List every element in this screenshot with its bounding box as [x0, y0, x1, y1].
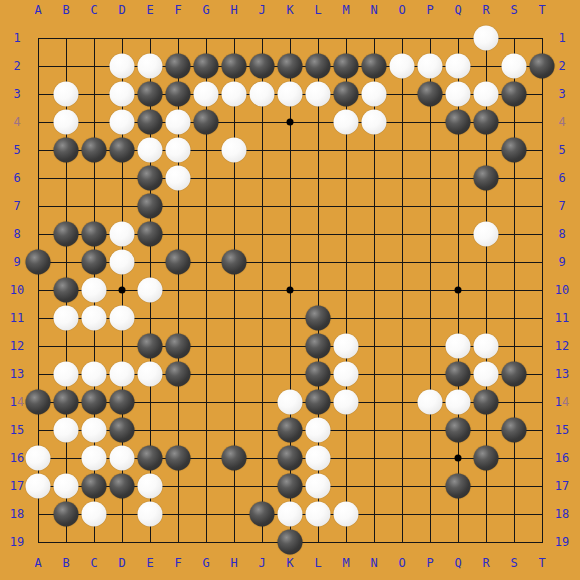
white-stone-B3[interactable]	[54, 82, 79, 107]
white-stone-M13[interactable]	[334, 362, 359, 387]
col-label-top-T: T	[538, 4, 545, 16]
white-stone-R1[interactable]	[474, 26, 499, 51]
row-label-left-15: 15	[10, 424, 24, 436]
black-stone-R4[interactable]	[474, 110, 499, 135]
col-label-bottom-P: P	[426, 557, 433, 569]
white-stone-A16[interactable]	[26, 446, 51, 471]
row-label-right-10: 10	[555, 284, 569, 296]
grid-line-vertical	[542, 38, 543, 543]
white-stone-B11[interactable]	[54, 306, 79, 331]
row-label-right-3: 3	[558, 88, 565, 100]
col-label-top-S: S	[510, 4, 517, 16]
grid-line-vertical	[402, 38, 403, 543]
row-label-right-13: 13	[555, 368, 569, 380]
black-stone-N2[interactable]	[362, 54, 387, 79]
white-stone-R8[interactable]	[474, 222, 499, 247]
col-label-top-R: R	[482, 4, 489, 16]
white-stone-L15[interactable]	[306, 418, 331, 443]
col-label-bottom-R: R	[482, 557, 489, 569]
row-label-right-9: 9	[558, 256, 565, 268]
col-label-bottom-T: T	[538, 557, 545, 569]
black-stone-M3[interactable]	[334, 82, 359, 107]
white-stone-M12[interactable]	[334, 334, 359, 359]
col-label-top-H: H	[230, 4, 237, 16]
white-stone-F4[interactable]	[166, 110, 191, 135]
black-stone-Q13[interactable]	[446, 362, 471, 387]
white-stone-A17[interactable]	[26, 474, 51, 499]
col-label-bottom-S: S	[510, 557, 517, 569]
black-stone-D5[interactable]	[110, 138, 135, 163]
black-stone-F3[interactable]	[166, 82, 191, 107]
star-point-Q10	[455, 287, 462, 294]
white-stone-C13[interactable]	[82, 362, 107, 387]
white-stone-F6[interactable]	[166, 166, 191, 191]
col-label-bottom-B: B	[62, 557, 69, 569]
white-stone-R3[interactable]	[474, 82, 499, 107]
white-stone-P14[interactable]	[418, 390, 443, 415]
col-label-top-Q: Q	[454, 4, 461, 16]
white-stone-R13[interactable]	[474, 362, 499, 387]
row-label-left-13: 13	[10, 368, 24, 380]
white-stone-Q12[interactable]	[446, 334, 471, 359]
black-stone-R14[interactable]	[474, 390, 499, 415]
white-stone-F5[interactable]	[166, 138, 191, 163]
black-stone-J18[interactable]	[250, 502, 275, 527]
white-stone-L18[interactable]	[306, 502, 331, 527]
col-label-top-D: D	[118, 4, 125, 16]
black-stone-L14[interactable]	[306, 390, 331, 415]
row-label-left-7: 7	[13, 200, 20, 212]
white-stone-J3[interactable]	[250, 82, 275, 107]
col-label-bottom-N: N	[370, 557, 377, 569]
white-stone-R12[interactable]	[474, 334, 499, 359]
white-stone-D4[interactable]	[110, 110, 135, 135]
col-label-top-L: L	[314, 4, 321, 16]
col-label-bottom-H: H	[230, 557, 237, 569]
black-stone-S3[interactable]	[502, 82, 527, 107]
white-stone-D3[interactable]	[110, 82, 135, 107]
white-stone-B15[interactable]	[54, 418, 79, 443]
col-label-bottom-D: D	[118, 557, 125, 569]
black-stone-A9[interactable]	[26, 250, 51, 275]
black-stone-T2[interactable]	[530, 54, 555, 79]
go-board[interactable]: AABBCCDDEEFFGGHHJJKKLLMMNNOOPPQQRRSSTT11…	[0, 0, 580, 580]
row-label-right-12: 12	[555, 340, 569, 352]
row-label-left-11: 11	[10, 312, 24, 324]
black-stone-Q17[interactable]	[446, 474, 471, 499]
white-stone-B4[interactable]	[54, 110, 79, 135]
row-label-right-11: 11	[555, 312, 569, 324]
row-label-right-2: 2	[558, 60, 565, 72]
row-label-left-6: 6	[13, 172, 20, 184]
black-stone-Q15[interactable]	[446, 418, 471, 443]
black-stone-C9[interactable]	[82, 250, 107, 275]
white-stone-L17[interactable]	[306, 474, 331, 499]
black-stone-G4[interactable]	[194, 110, 219, 135]
white-stone-E10[interactable]	[138, 278, 163, 303]
black-stone-D14[interactable]	[110, 390, 135, 415]
black-stone-B10[interactable]	[54, 278, 79, 303]
row-label-left-14: 14	[10, 396, 24, 408]
white-stone-D11[interactable]	[110, 306, 135, 331]
col-label-bottom-Q: Q	[454, 557, 461, 569]
row-label-right-14: 14	[555, 396, 569, 408]
white-stone-H5[interactable]	[222, 138, 247, 163]
col-label-bottom-E: E	[146, 557, 153, 569]
row-label-left-10: 10	[10, 284, 24, 296]
white-stone-L16[interactable]	[306, 446, 331, 471]
col-label-bottom-L: L	[314, 557, 321, 569]
white-stone-N4[interactable]	[362, 110, 387, 135]
white-stone-G3[interactable]	[194, 82, 219, 107]
black-stone-S5[interactable]	[502, 138, 527, 163]
col-label-top-J: J	[258, 4, 265, 16]
white-stone-E2[interactable]	[138, 54, 163, 79]
row-label-right-1: 1	[558, 32, 565, 44]
black-stone-L2[interactable]	[306, 54, 331, 79]
col-label-bottom-K: K	[286, 557, 293, 569]
black-stone-L13[interactable]	[306, 362, 331, 387]
row-label-left-17: 17	[10, 480, 24, 492]
row-label-right-17: 17	[555, 480, 569, 492]
black-stone-E6[interactable]	[138, 166, 163, 191]
row-label-right-6: 6	[558, 172, 565, 184]
white-stone-B17[interactable]	[54, 474, 79, 499]
col-label-bottom-A: A	[34, 557, 41, 569]
black-stone-G2[interactable]	[194, 54, 219, 79]
black-stone-B18[interactable]	[54, 502, 79, 527]
white-stone-Q2[interactable]	[446, 54, 471, 79]
white-stone-C11[interactable]	[82, 306, 107, 331]
white-stone-H3[interactable]	[222, 82, 247, 107]
black-stone-K17[interactable]	[278, 474, 303, 499]
white-stone-Q3[interactable]	[446, 82, 471, 107]
black-stone-F9[interactable]	[166, 250, 191, 275]
black-stone-R6[interactable]	[474, 166, 499, 191]
white-stone-K14[interactable]	[278, 390, 303, 415]
black-stone-B5[interactable]	[54, 138, 79, 163]
black-stone-C8[interactable]	[82, 222, 107, 247]
black-stone-S15[interactable]	[502, 418, 527, 443]
black-stone-B14[interactable]	[54, 390, 79, 415]
black-stone-H9[interactable]	[222, 250, 247, 275]
col-label-top-P: P	[426, 4, 433, 16]
black-stone-E4[interactable]	[138, 110, 163, 135]
row-label-left-4: 4	[13, 116, 20, 128]
black-stone-F2[interactable]	[166, 54, 191, 79]
black-stone-C17[interactable]	[82, 474, 107, 499]
col-label-bottom-J: J	[258, 557, 265, 569]
black-stone-M2[interactable]	[334, 54, 359, 79]
black-stone-E16[interactable]	[138, 446, 163, 471]
row-label-right-18: 18	[555, 508, 569, 520]
white-stone-E5[interactable]	[138, 138, 163, 163]
black-stone-L12[interactable]	[306, 334, 331, 359]
white-stone-K18[interactable]	[278, 502, 303, 527]
col-label-top-K: K	[286, 4, 293, 16]
col-label-bottom-O: O	[398, 557, 405, 569]
col-label-top-F: F	[174, 4, 181, 16]
grid-line-vertical	[430, 38, 431, 543]
white-stone-D8[interactable]	[110, 222, 135, 247]
col-label-bottom-C: C	[90, 557, 97, 569]
black-stone-K19[interactable]	[278, 530, 303, 555]
white-stone-L3[interactable]	[306, 82, 331, 107]
white-stone-C15[interactable]	[82, 418, 107, 443]
black-stone-F16[interactable]	[166, 446, 191, 471]
white-stone-D16[interactable]	[110, 446, 135, 471]
star-point-K4	[287, 119, 294, 126]
white-stone-D13[interactable]	[110, 362, 135, 387]
black-stone-D17[interactable]	[110, 474, 135, 499]
black-stone-H16[interactable]	[222, 446, 247, 471]
row-label-right-7: 7	[558, 200, 565, 212]
black-stone-E12[interactable]	[138, 334, 163, 359]
black-stone-F12[interactable]	[166, 334, 191, 359]
black-stone-D15[interactable]	[110, 418, 135, 443]
col-label-top-C: C	[90, 4, 97, 16]
black-stone-F13[interactable]	[166, 362, 191, 387]
row-label-left-2: 2	[13, 60, 20, 72]
star-point-K10	[287, 287, 294, 294]
white-stone-S2[interactable]	[502, 54, 527, 79]
white-stone-M14[interactable]	[334, 390, 359, 415]
row-label-right-16: 16	[555, 452, 569, 464]
black-stone-H2[interactable]	[222, 54, 247, 79]
black-stone-A14[interactable]	[26, 390, 51, 415]
white-stone-C10[interactable]	[82, 278, 107, 303]
grid-line-vertical	[514, 38, 515, 543]
black-stone-Q4[interactable]	[446, 110, 471, 135]
col-label-top-G: G	[202, 4, 209, 16]
row-label-left-1: 1	[13, 32, 20, 44]
black-stone-K16[interactable]	[278, 446, 303, 471]
row-label-right-15: 15	[555, 424, 569, 436]
black-stone-R16[interactable]	[474, 446, 499, 471]
star-point-D10	[119, 287, 126, 294]
black-stone-E7[interactable]	[138, 194, 163, 219]
white-stone-C16[interactable]	[82, 446, 107, 471]
white-stone-K3[interactable]	[278, 82, 303, 107]
black-stone-E8[interactable]	[138, 222, 163, 247]
black-stone-J2[interactable]	[250, 54, 275, 79]
col-label-bottom-G: G	[202, 557, 209, 569]
black-stone-L11[interactable]	[306, 306, 331, 331]
white-stone-M4[interactable]	[334, 110, 359, 135]
white-stone-E13[interactable]	[138, 362, 163, 387]
white-stone-B13[interactable]	[54, 362, 79, 387]
row-label-left-12: 12	[10, 340, 24, 352]
col-label-top-B: B	[62, 4, 69, 16]
row-label-left-9: 9	[13, 256, 20, 268]
black-stone-K15[interactable]	[278, 418, 303, 443]
black-stone-C5[interactable]	[82, 138, 107, 163]
white-stone-M18[interactable]	[334, 502, 359, 527]
white-stone-N3[interactable]	[362, 82, 387, 107]
white-stone-C18[interactable]	[82, 502, 107, 527]
white-stone-E18[interactable]	[138, 502, 163, 527]
white-stone-O2[interactable]	[390, 54, 415, 79]
col-label-bottom-M: M	[342, 557, 349, 569]
row-label-left-19: 19	[10, 536, 24, 548]
col-label-top-A: A	[34, 4, 41, 16]
black-stone-P3[interactable]	[418, 82, 443, 107]
row-label-left-18: 18	[10, 508, 24, 520]
row-label-right-19: 19	[555, 536, 569, 548]
row-label-left-5: 5	[13, 144, 20, 156]
row-label-left-16: 16	[10, 452, 24, 464]
black-stone-E3[interactable]	[138, 82, 163, 107]
col-label-top-O: O	[398, 4, 405, 16]
white-stone-E17[interactable]	[138, 474, 163, 499]
col-label-bottom-F: F	[174, 557, 181, 569]
white-stone-Q14[interactable]	[446, 390, 471, 415]
white-stone-D9[interactable]	[110, 250, 135, 275]
black-stone-K2[interactable]	[278, 54, 303, 79]
row-label-right-4: 4	[558, 116, 565, 128]
row-label-left-8: 8	[13, 228, 20, 240]
star-point-Q16	[455, 455, 462, 462]
row-label-right-8: 8	[558, 228, 565, 240]
col-label-top-E: E	[146, 4, 153, 16]
col-label-top-N: N	[370, 4, 377, 16]
col-label-top-M: M	[342, 4, 349, 16]
row-label-right-5: 5	[558, 144, 565, 156]
white-stone-D2[interactable]	[110, 54, 135, 79]
white-stone-P2[interactable]	[418, 54, 443, 79]
black-stone-B8[interactable]	[54, 222, 79, 247]
black-stone-C14[interactable]	[82, 390, 107, 415]
black-stone-S13[interactable]	[502, 362, 527, 387]
row-label-left-3: 3	[13, 88, 20, 100]
